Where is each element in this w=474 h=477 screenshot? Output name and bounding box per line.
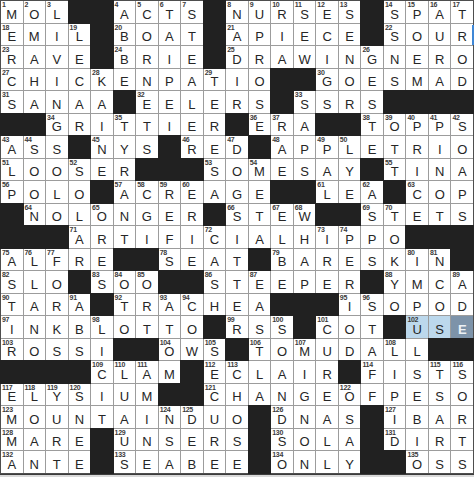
cell-r18c1[interactable]: 117E [1, 384, 23, 406]
cell-r20c6[interactable]: 129U [114, 429, 136, 451]
cell-r1c8[interactable]: 6T [159, 1, 181, 23]
cell-r7c2[interactable]: 44S [24, 136, 46, 158]
cell-r1c1[interactable]: 1M [1, 1, 23, 23]
cell-r8c3[interactable]: O [46, 159, 68, 181]
cell-r16c13[interactable]: O [271, 339, 293, 361]
cell-r20c19[interactable]: I [406, 429, 428, 451]
cell-r17c13[interactable]: A [271, 361, 293, 383]
cell-r13c1[interactable]: 82S [1, 271, 23, 293]
cell-r2c3[interactable]: I [46, 24, 68, 46]
cell-r16c3[interactable]: S [46, 339, 68, 361]
cell-r21c6[interactable]: 133S [114, 451, 136, 473]
cell-r13c21[interactable]: 89A [451, 271, 473, 293]
cell-r19c20[interactable]: A [429, 406, 451, 428]
cell-r9c10[interactable]: A [204, 181, 226, 203]
cell-r2c15[interactable]: C [316, 24, 338, 46]
cell-r6c12[interactable]: 36E [249, 114, 271, 136]
cell-r17c17[interactable]: 114F [361, 361, 383, 383]
cell-r11c7[interactable]: I [136, 226, 158, 248]
cell-r4c10[interactable]: 29T [204, 69, 226, 91]
cell-r13c18[interactable]: 88Y [384, 271, 406, 293]
cell-r14c10[interactable]: H [204, 294, 226, 316]
cell-r18c19[interactable]: E [406, 384, 428, 406]
cell-r18c20[interactable]: S [429, 384, 451, 406]
cell-r19c15[interactable]: A [316, 406, 338, 428]
cell-r6c19[interactable]: 40P [406, 114, 428, 136]
cell-r21c2[interactable]: N [24, 451, 46, 473]
cell-r19c14[interactable]: N [294, 406, 316, 428]
cell-r20c10[interactable]: R [204, 429, 226, 451]
cell-r7c17[interactable]: E [361, 136, 383, 158]
cell-r7c7[interactable]: S [136, 136, 158, 158]
cell-r12c18[interactable]: K [384, 249, 406, 271]
cell-r7c5[interactable]: 45N [91, 136, 113, 158]
cell-r7c21[interactable]: O [451, 136, 473, 158]
cell-r12c3[interactable]: 77F [46, 249, 68, 271]
cell-r3c14[interactable]: W [294, 46, 316, 68]
cell-r13c15[interactable]: E [316, 271, 338, 293]
cell-r12c13[interactable]: 79B [271, 249, 293, 271]
cell-r15c15[interactable]: 101C [316, 316, 338, 338]
cell-r7c3[interactable]: S [46, 136, 68, 158]
cell-r4c17[interactable]: E [361, 69, 383, 91]
cell-r21c4[interactable]: E [69, 451, 91, 473]
cell-r1c2[interactable]: 2O [24, 1, 46, 23]
cell-r14c1[interactable]: 90T [1, 294, 23, 316]
cell-r10c17[interactable]: 69S [361, 204, 383, 226]
cell-r21c1[interactable]: 132A [1, 451, 23, 473]
cell-r16c2[interactable]: O [24, 339, 46, 361]
cell-r19c21[interactable]: R [451, 406, 473, 428]
cell-r19c6[interactable]: A [114, 406, 136, 428]
cell-r9c3[interactable]: L [46, 181, 68, 203]
cell-r12c5[interactable]: E [91, 249, 113, 271]
cell-r10c8[interactable]: E [159, 204, 181, 226]
cell-r3c2[interactable]: A [24, 46, 46, 68]
cell-r16c14[interactable]: 107M [294, 339, 316, 361]
cell-r11c5[interactable]: R [91, 226, 113, 248]
cell-r6c21[interactable]: 42S [451, 114, 473, 136]
cell-r15c3[interactable]: K [46, 316, 68, 338]
cell-r8c15[interactable]: A [316, 159, 338, 181]
cell-r8c20[interactable]: N [429, 159, 451, 181]
cell-r6c8[interactable]: I [159, 114, 181, 136]
cell-r2c9[interactable]: T [181, 24, 203, 46]
cell-r12c11[interactable]: T [226, 249, 248, 271]
cell-r2c16[interactable]: E [339, 24, 361, 46]
cell-r6c4[interactable]: R [69, 114, 91, 136]
cell-r9c11[interactable]: G [226, 181, 248, 203]
cell-r4c9[interactable]: A [181, 69, 203, 91]
cell-r18c4[interactable]: 120S [69, 384, 91, 406]
cell-r3c20[interactable]: R [429, 46, 451, 68]
cell-r17c8[interactable]: M [159, 361, 181, 383]
cell-r4c15[interactable]: 30G [316, 69, 338, 91]
cell-r5c7[interactable]: 32E [136, 91, 158, 113]
cell-r20c1[interactable]: 128M [1, 429, 23, 451]
cell-r3c12[interactable]: R [249, 46, 271, 68]
cell-r12c14[interactable]: A [294, 249, 316, 271]
cell-r11c18[interactable]: O [384, 226, 406, 248]
cell-r9c20[interactable]: O [429, 181, 451, 203]
cell-r16c15[interactable]: U [316, 339, 338, 361]
cell-r20c18[interactable]: 131D [384, 429, 406, 451]
cell-r2c7[interactable]: O [136, 24, 158, 46]
cell-r5c10[interactable]: E [204, 91, 226, 113]
cell-r1c3[interactable]: 3L [46, 1, 68, 23]
cell-r6c18[interactable]: 39O [384, 114, 406, 136]
cell-r14c21[interactable]: D [451, 294, 473, 316]
cell-r10c4[interactable]: L [69, 204, 91, 226]
cell-r18c2[interactable]: 118L [24, 384, 46, 406]
cell-r4c6[interactable]: E [114, 69, 136, 91]
cell-r15c17[interactable]: T [361, 316, 383, 338]
cell-r12c2[interactable]: 76L [24, 249, 46, 271]
cell-r2c4[interactable]: 19L [69, 24, 91, 46]
cell-r18c21[interactable]: O [451, 384, 473, 406]
cell-r7c9[interactable]: 46R [181, 136, 203, 158]
cell-r14c2[interactable]: A [24, 294, 46, 316]
cell-r5c8[interactable]: E [159, 91, 181, 113]
cell-r15c13[interactable]: 100S [271, 316, 293, 338]
cell-r21c19[interactable]: 135O [406, 451, 428, 473]
cell-r15c1[interactable]: 97I [1, 316, 23, 338]
cell-r4c18[interactable]: S [384, 69, 406, 91]
cell-r18c13[interactable]: N [271, 384, 293, 406]
cell-r14c18[interactable]: O [384, 294, 406, 316]
cell-r17c6[interactable]: 110L [114, 361, 136, 383]
cell-r14c6[interactable]: 92T [114, 294, 136, 316]
cell-r19c19[interactable]: B [406, 406, 428, 428]
cell-r11c10[interactable]: 72C [204, 226, 226, 248]
cell-r16c18[interactable]: 108L [384, 339, 406, 361]
cell-r1c13[interactable]: 10R [271, 1, 293, 23]
cell-r18c14[interactable]: G [294, 384, 316, 406]
cell-r3c7[interactable]: R [136, 46, 158, 68]
cell-r7c1[interactable]: 43A [1, 136, 23, 158]
cell-r2c6[interactable]: 20B [114, 24, 136, 46]
cell-r5c4[interactable]: A [69, 91, 91, 113]
cell-r6c14[interactable]: A [294, 114, 316, 136]
cell-r4c16[interactable]: O [339, 69, 361, 91]
cell-r21c3[interactable]: T [46, 451, 68, 473]
cell-r8c18[interactable]: 55T [384, 159, 406, 181]
cell-r4c3[interactable]: I [46, 69, 68, 91]
cell-r1c16[interactable]: 13S [339, 1, 361, 23]
cell-r8c5[interactable]: E [91, 159, 113, 181]
cell-r3c9[interactable]: E [181, 46, 203, 68]
cell-r14c16[interactable]: 95I [339, 294, 361, 316]
cell-r17c15[interactable]: R [316, 361, 338, 383]
cell-r19c7[interactable]: I [136, 406, 158, 428]
cell-r20c4[interactable]: E [69, 429, 91, 451]
cell-r20c16[interactable]: A [339, 429, 361, 451]
cell-r1c18[interactable]: 14S [384, 1, 406, 23]
cell-r11c13[interactable]: L [271, 226, 293, 248]
cell-r1c12[interactable]: 9U [249, 1, 271, 23]
cell-r8c2[interactable]: O [24, 159, 46, 181]
cell-r16c16[interactable]: D [339, 339, 361, 361]
cell-r3c18[interactable]: N [384, 46, 406, 68]
cell-r15c6[interactable]: O [114, 316, 136, 338]
cell-r15c2[interactable]: N [24, 316, 46, 338]
cell-r8c4[interactable]: 52S [69, 159, 91, 181]
cell-r9c17[interactable]: 62A [361, 181, 383, 203]
cell-r2c14[interactable]: E [294, 24, 316, 46]
cell-r21c14[interactable]: N [294, 451, 316, 473]
cell-r19c13[interactable]: 126D [271, 406, 293, 428]
cell-r14c12[interactable]: A [249, 294, 271, 316]
cell-r9c6[interactable]: 57A [114, 181, 136, 203]
cell-r16c17[interactable]: A [361, 339, 383, 361]
cell-r19c2[interactable]: O [24, 406, 46, 428]
cell-r9c7[interactable]: 58C [136, 181, 158, 203]
cell-r16c9[interactable]: W [181, 339, 203, 361]
cell-r6c6[interactable]: 35T [114, 114, 136, 136]
cell-r18c3[interactable]: 119Y [46, 384, 68, 406]
cell-r8c13[interactable]: E [271, 159, 293, 181]
cell-r3c21[interactable]: O [451, 46, 473, 68]
cell-r3c16[interactable]: N [339, 46, 361, 68]
cell-r15c8[interactable]: T [159, 316, 181, 338]
cell-r1c15[interactable]: 12E [316, 1, 338, 23]
cell-r18c10[interactable]: 121C [204, 384, 226, 406]
cell-r15c20[interactable]: S [429, 316, 451, 338]
cell-r12c4[interactable]: R [69, 249, 91, 271]
cell-r2c8[interactable]: A [159, 24, 181, 46]
cell-r8c12[interactable]: 54M [249, 159, 271, 181]
cell-r17c10[interactable]: 112E [204, 361, 226, 383]
cell-r13c19[interactable]: M [406, 271, 428, 293]
cell-r10c2[interactable]: 64N [24, 204, 46, 226]
cell-r9c8[interactable]: 59R [159, 181, 181, 203]
cell-r7c11[interactable]: 47D [226, 136, 248, 158]
cell-r20c9[interactable]: E [181, 429, 203, 451]
cell-r10c6[interactable]: N [114, 204, 136, 226]
cell-r2c2[interactable]: M [24, 24, 46, 46]
cell-r13c12[interactable]: 87E [249, 271, 271, 293]
cell-r1c6[interactable]: 4A [114, 1, 136, 23]
cell-r5c2[interactable]: A [24, 91, 46, 113]
cell-r20c3[interactable]: R [46, 429, 68, 451]
cell-r10c9[interactable]: R [181, 204, 203, 226]
cell-r7c14[interactable]: P [294, 136, 316, 158]
cell-r7c18[interactable]: T [384, 136, 406, 158]
cell-r15c5[interactable]: 98L [91, 316, 113, 338]
cell-r18c6[interactable]: U [114, 384, 136, 406]
cell-r10c19[interactable]: E [406, 204, 428, 226]
cell-r11c15[interactable]: 73I [316, 226, 338, 248]
cell-r4c21[interactable]: D [451, 69, 473, 91]
cell-r4c7[interactable]: N [136, 69, 158, 91]
cell-r12c16[interactable]: E [339, 249, 361, 271]
cell-r10c11[interactable]: 66S [226, 204, 248, 226]
cell-r4c19[interactable]: M [406, 69, 428, 91]
cell-r9c19[interactable]: 63C [406, 181, 428, 203]
cell-r15c9[interactable]: O [181, 316, 203, 338]
cell-r11c8[interactable]: F [159, 226, 181, 248]
cell-r6c7[interactable]: T [136, 114, 158, 136]
cell-r8c21[interactable]: A [451, 159, 473, 181]
cell-r13c6[interactable]: 84O [114, 271, 136, 293]
cell-r18c12[interactable]: A [249, 384, 271, 406]
cell-r17c12[interactable]: L [249, 361, 271, 383]
cell-r20c21[interactable]: T [451, 429, 473, 451]
cell-r20c11[interactable]: S [226, 429, 248, 451]
cell-r13c2[interactable]: L [24, 271, 46, 293]
cell-r5c9[interactable]: L [181, 91, 203, 113]
cell-r9c4[interactable]: O [69, 181, 91, 203]
cell-r11c6[interactable]: T [114, 226, 136, 248]
cell-r19c4[interactable]: N [69, 406, 91, 428]
cell-r6c5[interactable]: I [91, 114, 113, 136]
cell-r5c14[interactable]: 33S [294, 91, 316, 113]
cell-r3c11[interactable]: 25D [226, 46, 248, 68]
cell-r20c15[interactable]: L [316, 429, 338, 451]
cell-r2c12[interactable]: P [249, 24, 271, 46]
cell-r14c4[interactable]: 91A [69, 294, 91, 316]
cell-r4c4[interactable]: C [69, 69, 91, 91]
cell-r11c17[interactable]: P [361, 226, 383, 248]
cell-r4c8[interactable]: P [159, 69, 181, 91]
cell-r9c21[interactable]: P [451, 181, 473, 203]
cell-r2c18[interactable]: 22S [384, 24, 406, 46]
cell-r15c11[interactable]: 99R [226, 316, 248, 338]
cell-r8c19[interactable]: I [406, 159, 428, 181]
cell-r11c9[interactable]: I [181, 226, 203, 248]
cell-r18c16[interactable]: 122O [339, 384, 361, 406]
cell-r15c21[interactable]: E [451, 316, 473, 338]
cell-r13c16[interactable]: R [339, 271, 361, 293]
cell-r10c3[interactable]: O [46, 204, 68, 226]
cell-r10c7[interactable]: G [136, 204, 158, 226]
cell-r7c13[interactable]: 48A [271, 136, 293, 158]
cell-r4c1[interactable]: 27C [1, 69, 23, 91]
cell-r2c20[interactable]: U [429, 24, 451, 46]
cell-r1c11[interactable]: 8N [226, 1, 248, 23]
cell-r6c20[interactable]: 41P [429, 114, 451, 136]
cell-r4c20[interactable]: A [429, 69, 451, 91]
cell-r17c21[interactable]: 116S [451, 361, 473, 383]
cell-r15c7[interactable]: T [136, 316, 158, 338]
cell-r19c3[interactable]: U [46, 406, 68, 428]
cell-r14c3[interactable]: R [46, 294, 68, 316]
cell-r13c10[interactable]: 86S [204, 271, 226, 293]
cell-r3c17[interactable]: 26G [361, 46, 383, 68]
cell-r9c12[interactable]: E [249, 181, 271, 203]
cell-r4c5[interactable]: 28K [91, 69, 113, 91]
cell-r14c20[interactable]: O [429, 294, 451, 316]
cell-r12c19[interactable]: 80I [406, 249, 428, 271]
cell-r3c4[interactable]: E [69, 46, 91, 68]
cell-r6c17[interactable]: 38T [361, 114, 383, 136]
cell-r19c11[interactable]: O [226, 406, 248, 428]
cell-r9c1[interactable]: 56P [1, 181, 23, 203]
cell-r9c9[interactable]: 60E [181, 181, 203, 203]
cell-r10c12[interactable]: T [249, 204, 271, 226]
cell-r11c14[interactable]: H [294, 226, 316, 248]
cell-r3c1[interactable]: 23R [1, 46, 23, 68]
cell-r1c7[interactable]: 5C [136, 1, 158, 23]
cell-r1c20[interactable]: 16A [429, 1, 451, 23]
cell-r1c21[interactable]: 17T [451, 1, 473, 23]
cell-r12c8[interactable]: 78S [159, 249, 181, 271]
cell-r1c9[interactable]: 7S [181, 1, 203, 23]
cell-r12c9[interactable]: E [181, 249, 203, 271]
cell-r4c11[interactable]: I [226, 69, 248, 91]
cell-r2c19[interactable]: O [406, 24, 428, 46]
cell-r17c18[interactable]: I [384, 361, 406, 383]
cell-r19c10[interactable]: U [204, 406, 226, 428]
cell-r5c5[interactable]: A [91, 91, 113, 113]
cell-r18c18[interactable]: P [384, 384, 406, 406]
cell-r20c2[interactable]: A [24, 429, 46, 451]
cell-r13c7[interactable]: 85O [136, 271, 158, 293]
cell-r16c12[interactable]: 106T [249, 339, 271, 361]
cell-r15c4[interactable]: B [69, 316, 91, 338]
cell-r21c21[interactable]: S [451, 451, 473, 473]
cell-r8c6[interactable]: R [114, 159, 136, 181]
cell-r17c5[interactable]: 109C [91, 361, 113, 383]
cell-r5c3[interactable]: N [46, 91, 68, 113]
cell-r14c9[interactable]: 94C [181, 294, 203, 316]
cell-r11c4[interactable]: 71A [69, 226, 91, 248]
cell-r19c18[interactable]: 127I [384, 406, 406, 428]
cell-r15c19[interactable]: 102U [406, 316, 428, 338]
cell-r11c12[interactable]: A [249, 226, 271, 248]
cell-r3c6[interactable]: 24B [114, 46, 136, 68]
cell-r19c8[interactable]: 124N [159, 406, 181, 428]
cell-r10c14[interactable]: 68W [294, 204, 316, 226]
cell-r20c13[interactable]: 130S [271, 429, 293, 451]
cell-r19c1[interactable]: 123M [1, 406, 23, 428]
cell-r16c4[interactable]: S [69, 339, 91, 361]
cell-r5c17[interactable]: S [361, 91, 383, 113]
cell-r6c3[interactable]: 34G [46, 114, 68, 136]
cell-r10c18[interactable]: 70T [384, 204, 406, 226]
cell-r12c15[interactable]: R [316, 249, 338, 271]
cell-r16c5[interactable]: I [91, 339, 113, 361]
cell-r13c14[interactable]: P [294, 271, 316, 293]
cell-r21c8[interactable]: A [159, 451, 181, 473]
cell-r9c15[interactable]: 61L [316, 181, 338, 203]
cell-r21c13[interactable]: 134O [271, 451, 293, 473]
cell-r16c8[interactable]: 104O [159, 339, 181, 361]
cell-r6c13[interactable]: 37R [271, 114, 293, 136]
cell-r7c16[interactable]: 50L [339, 136, 361, 158]
cell-r3c19[interactable]: E [406, 46, 428, 68]
cell-r13c13[interactable]: E [271, 271, 293, 293]
cell-r7c15[interactable]: 49P [316, 136, 338, 158]
cell-r13c5[interactable]: 83S [91, 271, 113, 293]
cell-r21c10[interactable]: E [204, 451, 226, 473]
cell-r21c9[interactable]: B [181, 451, 203, 473]
cell-r7c6[interactable]: Y [114, 136, 136, 158]
cell-r20c14[interactable]: O [294, 429, 316, 451]
cell-r17c14[interactable]: I [294, 361, 316, 383]
cell-r20c20[interactable]: R [429, 429, 451, 451]
cell-r5c11[interactable]: R [226, 91, 248, 113]
cell-r19c9[interactable]: 125D [181, 406, 203, 428]
cell-r10c21[interactable]: S [451, 204, 473, 226]
cell-r7c19[interactable]: R [406, 136, 428, 158]
cell-r10c20[interactable]: T [429, 204, 451, 226]
cell-r14c8[interactable]: 93A [159, 294, 181, 316]
cell-r7c20[interactable]: I [429, 136, 451, 158]
cell-r6c10[interactable]: R [204, 114, 226, 136]
cell-r3c8[interactable]: I [159, 46, 181, 68]
cell-r10c5[interactable]: 65O [91, 204, 113, 226]
